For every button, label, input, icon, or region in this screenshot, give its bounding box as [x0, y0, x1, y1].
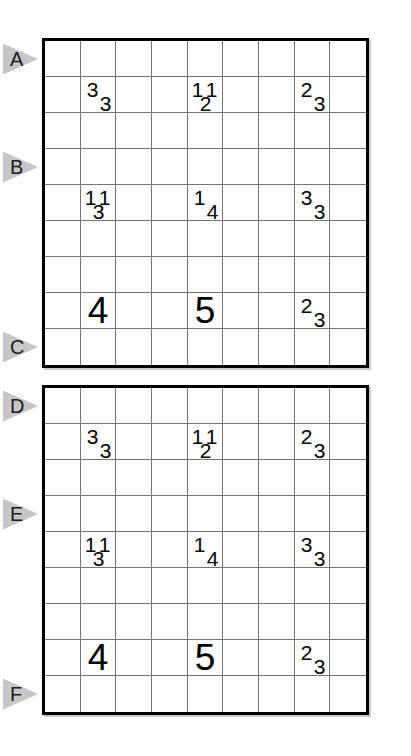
clue-number: 2	[301, 643, 313, 663]
clue-number: 1	[194, 188, 206, 208]
cell-bottom-r8c1[interactable]	[45, 640, 81, 676]
cell-top-r1c8[interactable]	[295, 41, 331, 77]
cell-bottom-r5c3[interactable]	[116, 532, 152, 568]
cell-bottom-r8c6[interactable]	[223, 640, 259, 676]
cell-top-r9c8[interactable]	[295, 329, 331, 365]
cell-top-r4c8[interactable]	[295, 149, 331, 185]
row-marker-A: A	[3, 44, 38, 75]
cell-top-r7c2[interactable]	[81, 257, 117, 293]
cell-top-r3c8[interactable]	[295, 113, 331, 149]
cell-top-r7c6[interactable]	[223, 257, 259, 293]
cell-top-r6c4[interactable]	[152, 221, 188, 257]
cell-bottom-r9c4[interactable]	[152, 676, 188, 712]
cell-bottom-r1c3[interactable]	[116, 388, 152, 424]
clue-number: 3	[314, 202, 326, 222]
cell-bottom-r9c8[interactable]	[295, 676, 331, 712]
cell-top-r2c9[interactable]	[330, 77, 366, 113]
cell-bottom-r2c4[interactable]	[152, 424, 188, 460]
cell-top-r4c7[interactable]	[259, 149, 295, 185]
cell-top-r5c5: 14	[188, 185, 224, 221]
cell-top-r9c6[interactable]	[223, 329, 259, 365]
cell-bottom-r4c2[interactable]	[81, 496, 117, 532]
clue-number: 3	[93, 202, 105, 222]
cell-top-r3c6[interactable]	[223, 113, 259, 149]
cell-top-r7c8[interactable]	[295, 257, 331, 293]
cell-top-r1c4[interactable]	[152, 41, 188, 77]
cell-bottom-r6c1[interactable]	[45, 568, 81, 604]
cell-top-r2c8: 23	[295, 77, 331, 113]
cell-top-r2c1[interactable]	[45, 77, 81, 113]
cell-bottom-r7c8[interactable]	[295, 604, 331, 640]
cell-bottom-r9c1[interactable]	[45, 676, 81, 712]
cell-top-r1c3[interactable]	[116, 41, 152, 77]
cell-top-r6c8[interactable]	[295, 221, 331, 257]
cell-bottom-r2c2: 33	[81, 424, 117, 460]
row-marker-D: D	[3, 391, 38, 422]
clue-number: 1	[194, 535, 206, 555]
clue-number: 3	[301, 535, 313, 555]
clue-number: 3	[301, 188, 313, 208]
cell-bottom-r8c2: 4	[81, 640, 117, 676]
cell-top-r7c7[interactable]	[259, 257, 295, 293]
cell-bottom-r5c5: 14	[188, 532, 224, 568]
cell-top-r4c6[interactable]	[223, 149, 259, 185]
clue-number: 3	[100, 441, 112, 461]
cell-top-r1c6[interactable]	[223, 41, 259, 77]
cell-top-r9c2[interactable]	[81, 329, 117, 365]
cell-top-r1c7[interactable]	[259, 41, 295, 77]
cell-top-r3c4[interactable]	[152, 113, 188, 149]
cell-bottom-r7c4[interactable]	[152, 604, 188, 640]
cell-top-r2c5: 112	[188, 77, 224, 113]
cell-bottom-r6c7[interactable]	[259, 568, 295, 604]
clue-number: 5	[188, 640, 223, 675]
cell-bottom-r6c9[interactable]	[330, 568, 366, 604]
clue-number: 2	[200, 94, 212, 114]
cell-bottom-r1c8[interactable]	[295, 388, 331, 424]
clue-number: 2	[301, 427, 313, 447]
cell-bottom-r5c4[interactable]	[152, 532, 188, 568]
cell-bottom-r8c7[interactable]	[259, 640, 295, 676]
cell-bottom-r2c1[interactable]	[45, 424, 81, 460]
clue-number: 4	[81, 293, 116, 328]
cell-top-r4c4[interactable]	[152, 149, 188, 185]
cell-top-r8c5: 5	[188, 293, 224, 329]
cell-bottom-r3c5[interactable]	[188, 460, 224, 496]
cell-bottom-r4c9[interactable]	[330, 496, 366, 532]
cell-bottom-r4c1[interactable]	[45, 496, 81, 532]
cell-top-r5c9[interactable]	[330, 185, 366, 221]
cell-bottom-r9c9[interactable]	[330, 676, 366, 712]
cell-top-r1c1[interactable]	[45, 41, 81, 77]
cell-bottom-r9c3[interactable]	[116, 676, 152, 712]
cell-top-r6c6[interactable]	[223, 221, 259, 257]
cell-top-r6c7[interactable]	[259, 221, 295, 257]
cell-top-r5c7[interactable]	[259, 185, 295, 221]
cell-top-r2c7[interactable]	[259, 77, 295, 113]
cell-bottom-r6c6[interactable]	[223, 568, 259, 604]
cell-bottom-r8c4[interactable]	[152, 640, 188, 676]
cell-bottom-r3c6[interactable]	[223, 460, 259, 496]
cell-bottom-r9c7[interactable]	[259, 676, 295, 712]
cell-bottom-r8c9[interactable]	[330, 640, 366, 676]
cell-bottom-r1c9[interactable]	[330, 388, 366, 424]
cell-bottom-r1c6[interactable]	[223, 388, 259, 424]
cell-bottom-r2c8: 23	[295, 424, 331, 460]
cell-bottom-r4c3[interactable]	[116, 496, 152, 532]
row-marker-F: F	[3, 679, 38, 710]
cell-top-r8c2: 4	[81, 293, 117, 329]
cell-top-r8c3[interactable]	[116, 293, 152, 329]
tapa-board-bottom: 331122311314334523	[42, 385, 369, 715]
cell-bottom-r3c4[interactable]	[152, 460, 188, 496]
cell-top-r6c2[interactable]	[81, 221, 117, 257]
cell-top-r6c5[interactable]	[188, 221, 224, 257]
clue-number: 2	[301, 296, 313, 316]
cell-bottom-r5c8: 33	[295, 532, 331, 568]
cell-top-r9c3[interactable]	[116, 329, 152, 365]
cell-top-r1c9[interactable]	[330, 41, 366, 77]
cell-top-r7c5[interactable]	[188, 257, 224, 293]
cell-bottom-r6c4[interactable]	[152, 568, 188, 604]
cell-bottom-r7c7[interactable]	[259, 604, 295, 640]
clue-number: 3	[314, 94, 326, 114]
cell-bottom-r7c9[interactable]	[330, 604, 366, 640]
cell-bottom-r5c1[interactable]	[45, 532, 81, 568]
cell-bottom-r7c5[interactable]	[188, 604, 224, 640]
cell-top-r4c1[interactable]	[45, 149, 81, 185]
cell-bottom-r1c2[interactable]	[81, 388, 117, 424]
cell-top-r8c8: 23	[295, 293, 331, 329]
cell-top-r7c4[interactable]	[152, 257, 188, 293]
clue-number: 3	[314, 441, 326, 461]
cell-top-r3c2[interactable]	[81, 113, 117, 149]
clue-number: 3	[87, 80, 99, 100]
row-marker-label: D	[10, 396, 24, 416]
cell-top-r8c6[interactable]	[223, 293, 259, 329]
clue-number: 2	[200, 441, 212, 461]
tapa-board-top: 331122311314334523	[42, 38, 369, 368]
cell-top-r2c4[interactable]	[152, 77, 188, 113]
cell-bottom-r3c3[interactable]	[116, 460, 152, 496]
cell-top-r7c9[interactable]	[330, 257, 366, 293]
cell-top-r9c4[interactable]	[152, 329, 188, 365]
clue-number: 5	[188, 293, 223, 328]
cell-bottom-r2c6[interactable]	[223, 424, 259, 460]
cell-top-r5c8: 33	[295, 185, 331, 221]
cell-top-r2c3[interactable]	[116, 77, 152, 113]
clue-number: 4	[207, 549, 219, 569]
cell-bottom-r7c6[interactable]	[223, 604, 259, 640]
cell-top-r7c3[interactable]	[116, 257, 152, 293]
clue-number: 3	[87, 427, 99, 447]
cell-top-r8c9[interactable]	[330, 293, 366, 329]
row-marker-C: C	[3, 332, 38, 363]
clue-number: 3	[314, 549, 326, 569]
cell-top-r9c7[interactable]	[259, 329, 295, 365]
cell-top-r6c9[interactable]	[330, 221, 366, 257]
cell-top-r4c2[interactable]	[81, 149, 117, 185]
cell-top-r5c6[interactable]	[223, 185, 259, 221]
cell-top-r8c4[interactable]	[152, 293, 188, 329]
cell-bottom-r3c1[interactable]	[45, 460, 81, 496]
row-marker-label: C	[10, 337, 24, 357]
cell-bottom-r5c2: 113	[81, 532, 117, 568]
cell-bottom-r9c2[interactable]	[81, 676, 117, 712]
cell-bottom-r8c8: 23	[295, 640, 331, 676]
cell-bottom-r4c6[interactable]	[223, 496, 259, 532]
cell-top-r3c5[interactable]	[188, 113, 224, 149]
cell-top-r4c3[interactable]	[116, 149, 152, 185]
cell-top-r2c2: 33	[81, 77, 117, 113]
cell-top-r3c7[interactable]	[259, 113, 295, 149]
tapa-puzzle-page: 331122311314334523 331122311314334523 AB…	[0, 0, 411, 756]
cell-bottom-r3c2[interactable]	[81, 460, 117, 496]
cell-bottom-r4c5[interactable]	[188, 496, 224, 532]
row-marker-B: B	[3, 152, 38, 183]
cell-bottom-r1c4[interactable]	[152, 388, 188, 424]
cell-top-r6c1[interactable]	[45, 221, 81, 257]
clue-number: 2	[301, 80, 313, 100]
cell-top-r9c1[interactable]	[45, 329, 81, 365]
row-marker-E: E	[3, 499, 38, 530]
cell-top-r8c7[interactable]	[259, 293, 295, 329]
clue-number: 3	[93, 549, 105, 569]
cell-top-r1c5[interactable]	[188, 41, 224, 77]
cell-bottom-r1c7[interactable]	[259, 388, 295, 424]
cell-bottom-r1c1[interactable]	[45, 388, 81, 424]
cell-bottom-r9c5[interactable]	[188, 676, 224, 712]
cell-bottom-r2c7[interactable]	[259, 424, 295, 460]
row-marker-label: E	[10, 504, 23, 524]
cell-bottom-r6c8[interactable]	[295, 568, 331, 604]
cell-bottom-r3c9[interactable]	[330, 460, 366, 496]
cell-top-r8c1[interactable]	[45, 293, 81, 329]
cell-top-r5c1[interactable]	[45, 185, 81, 221]
cell-bottom-r5c7[interactable]	[259, 532, 295, 568]
cell-bottom-r6c3[interactable]	[116, 568, 152, 604]
clue-number: 3	[100, 94, 112, 114]
cell-top-r3c3[interactable]	[116, 113, 152, 149]
cell-top-r2c6[interactable]	[223, 77, 259, 113]
cell-bottom-r9c6[interactable]	[223, 676, 259, 712]
cell-bottom-r7c3[interactable]	[116, 604, 152, 640]
cell-top-r9c5[interactable]	[188, 329, 224, 365]
cell-bottom-r6c5[interactable]	[188, 568, 224, 604]
cell-bottom-r2c3[interactable]	[116, 424, 152, 460]
cell-top-r1c2[interactable]	[81, 41, 117, 77]
cell-bottom-r5c6[interactable]	[223, 532, 259, 568]
clue-number: 3	[314, 657, 326, 677]
row-marker-label: A	[10, 49, 23, 69]
cell-bottom-r2c5: 112	[188, 424, 224, 460]
cell-top-r5c3[interactable]	[116, 185, 152, 221]
cell-top-r4c9[interactable]	[330, 149, 366, 185]
cell-bottom-r2c9[interactable]	[330, 424, 366, 460]
cell-bottom-r4c4[interactable]	[152, 496, 188, 532]
cell-top-r6c3[interactable]	[116, 221, 152, 257]
cell-top-r4c5[interactable]	[188, 149, 224, 185]
cell-bottom-r7c1[interactable]	[45, 604, 81, 640]
row-marker-label: F	[10, 684, 22, 704]
cell-top-r3c1[interactable]	[45, 113, 81, 149]
cell-bottom-r4c8[interactable]	[295, 496, 331, 532]
clue-number: 4	[81, 640, 116, 675]
cell-bottom-r8c5: 5	[188, 640, 224, 676]
clue-number: 3	[314, 310, 326, 330]
cell-bottom-r3c7[interactable]	[259, 460, 295, 496]
cell-top-r5c4[interactable]	[152, 185, 188, 221]
cell-top-r3c9[interactable]	[330, 113, 366, 149]
cell-bottom-r1c5[interactable]	[188, 388, 224, 424]
cell-top-r9c9[interactable]	[330, 329, 366, 365]
cell-bottom-r8c3[interactable]	[116, 640, 152, 676]
cell-top-r5c2: 113	[81, 185, 117, 221]
cell-bottom-r4c7[interactable]	[259, 496, 295, 532]
row-marker-label: B	[10, 157, 23, 177]
cell-bottom-r6c2[interactable]	[81, 568, 117, 604]
cell-bottom-r5c9[interactable]	[330, 532, 366, 568]
cell-top-r7c1[interactable]	[45, 257, 81, 293]
clue-number: 4	[207, 202, 219, 222]
cell-bottom-r3c8[interactable]	[295, 460, 331, 496]
cell-bottom-r7c2[interactable]	[81, 604, 117, 640]
